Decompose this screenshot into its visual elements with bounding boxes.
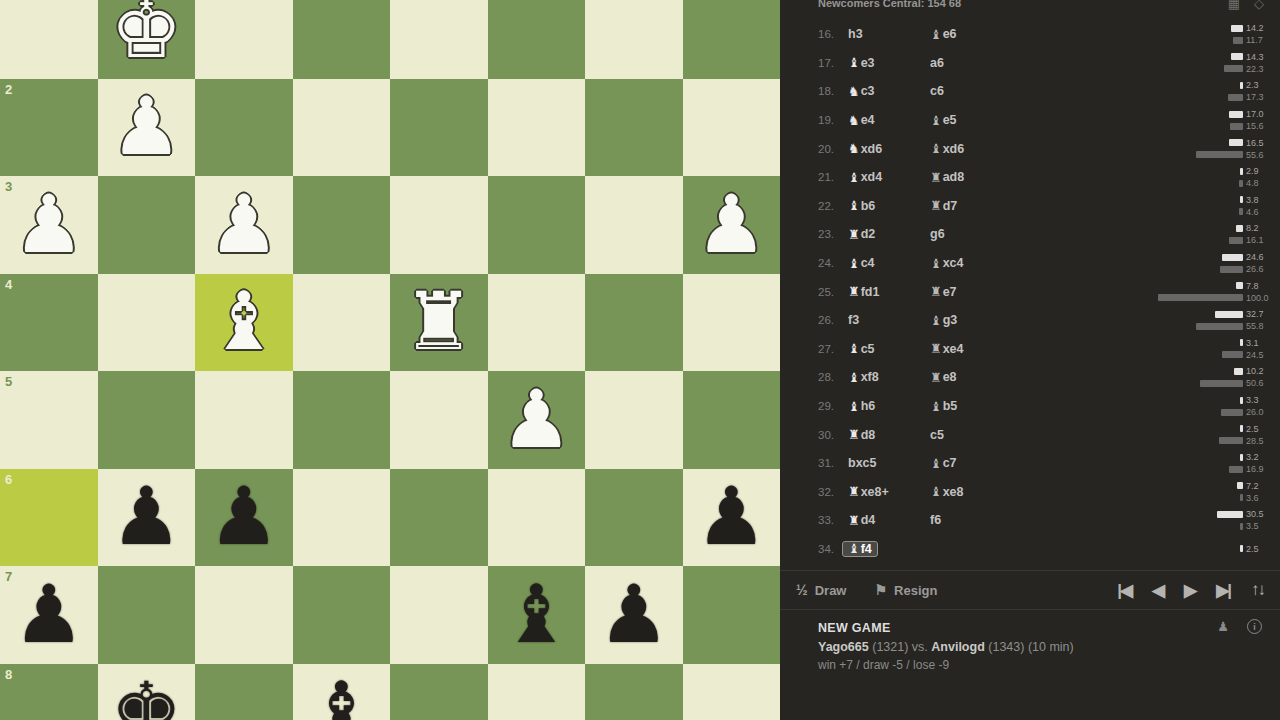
white-move[interactable]: ♝c4 <box>848 256 930 270</box>
move-times: 3.216.9 <box>1229 452 1270 475</box>
san-text: xd4 <box>861 170 883 184</box>
time-bar <box>1217 511 1243 518</box>
white-move-time: 2.3 <box>1240 80 1270 91</box>
resign-button[interactable]: ⚑ Resign <box>874 582 937 598</box>
flag-icon: ⚑ <box>874 582 887 598</box>
move-list: 16.h3♝e614.211.717.♝e3a614.322.318.♞c3c6… <box>780 20 1280 563</box>
black-move-time: 28.5 <box>1219 435 1270 446</box>
move-number: 20. <box>818 143 848 155</box>
square-h3[interactable]: ♟3 <box>0 176 98 274</box>
square-h8[interactable]: 8 <box>0 664 98 720</box>
white-king-g1[interactable]: ♚ <box>98 0 196 79</box>
time-bar <box>1229 466 1243 473</box>
black-move[interactable]: c6 <box>930 84 944 98</box>
black-piece-icon: ♝ <box>930 28 942 41</box>
black-move[interactable]: g6 <box>930 227 945 241</box>
move-times: 24.626.6 <box>1220 252 1270 275</box>
theme-icon[interactable]: ◇ <box>1254 0 1264 11</box>
black-move-time: 100.0 <box>1158 292 1270 303</box>
square-a8[interactable] <box>683 664 781 720</box>
square-a7[interactable] <box>683 566 781 664</box>
white-pawn-f3[interactable]: ♟ <box>195 176 293 274</box>
white-pawn-g2[interactable]: ♟ <box>98 79 196 177</box>
square-b7[interactable]: ♟ <box>585 566 683 664</box>
move-times: 32.755.8 <box>1196 309 1270 332</box>
move-times: 2.317.3 <box>1228 80 1270 103</box>
move-row-24: 24.♝c4♝xc424.626.6 <box>780 249 1280 278</box>
san-text: fd1 <box>861 285 880 299</box>
square-h1[interactable]: 1 <box>0 0 98 79</box>
square-b4[interactable] <box>585 274 683 372</box>
black-king-g8[interactable]: ♚ <box>98 664 196 720</box>
san-text: ad8 <box>943 170 965 184</box>
white-piece-icon: ♝ <box>848 171 860 184</box>
white-move[interactable]: ♞xd6 <box>848 142 930 156</box>
square-e5[interactable] <box>293 371 391 469</box>
black-piece-icon: ♝ <box>930 400 942 413</box>
square-e2[interactable] <box>293 79 391 177</box>
time-bar <box>1237 482 1243 489</box>
square-a4[interactable] <box>683 274 781 372</box>
move-row-34: 34.♝f42.5 <box>780 535 1280 564</box>
time-bar <box>1228 94 1243 101</box>
white-move-time: 10.2 <box>1234 366 1270 377</box>
white-move[interactable]: ♝b6 <box>848 199 930 213</box>
white-pawn-c5[interactable]: ♟ <box>488 371 586 469</box>
square-b5[interactable] <box>585 371 683 469</box>
square-c4[interactable] <box>488 274 586 372</box>
square-g7[interactable] <box>98 566 196 664</box>
chess-board[interactable]: 1♚2♟♟3♟♟4♝♜5♟6♟♟♟♟7♝♟8♚♝ <box>0 0 780 720</box>
black-move[interactable]: ♝xc4 <box>930 256 964 270</box>
square-e8[interactable]: ♝ <box>293 664 391 720</box>
move-number: 33. <box>818 514 848 526</box>
move-row-29: 29.♝h6♝b53.326.0 <box>780 392 1280 421</box>
white-move-time: 32.7 <box>1215 309 1270 320</box>
black-move[interactable]: ♝c7 <box>930 456 957 470</box>
layout-icon[interactable]: ▦ <box>1228 0 1240 11</box>
new-game-title: NEW GAME <box>818 621 1264 635</box>
square-e1[interactable] <box>293 0 391 79</box>
white-move[interactable]: ♝c5 <box>848 342 930 356</box>
white-move[interactable]: ♜fd1 <box>848 285 930 299</box>
move-number: 28. <box>818 371 848 383</box>
white-move[interactable]: bxc5 <box>848 456 930 470</box>
white-move[interactable]: ♝e3 <box>848 56 930 70</box>
black-move[interactable]: ♝xd6 <box>930 142 964 156</box>
black-bishop-c7[interactable]: ♝ <box>488 566 586 664</box>
panel-header: Newcomers Central: 154 68 ▦ ◇ <box>780 0 1280 20</box>
white-piece-icon: ♜ <box>848 285 860 298</box>
move-number: 22. <box>818 200 848 212</box>
time-value: 28.5 <box>1246 436 1270 446</box>
square-b8[interactable] <box>585 664 683 720</box>
black-move-time: 24.5 <box>1222 349 1270 360</box>
white-move[interactable]: f3 <box>848 313 930 327</box>
white-piece-icon: ♜ <box>848 428 860 441</box>
san-text: xe8 <box>943 485 964 499</box>
move-times: 7.23.6 <box>1237 480 1270 503</box>
san-text: e5 <box>943 113 957 127</box>
square-g5[interactable] <box>98 371 196 469</box>
square-g4[interactable] <box>98 274 196 372</box>
san-text: f3 <box>848 313 859 327</box>
square-f5[interactable] <box>195 371 293 469</box>
black-piece-icon: ♜ <box>930 199 942 212</box>
flip-board-icon[interactable]: ↑↓ <box>1251 580 1264 601</box>
time-bar <box>1240 82 1243 89</box>
black-piece-icon: ♜ <box>930 171 942 184</box>
square-g8[interactable]: ♚ <box>98 664 196 720</box>
move-times: 7.8100.0 <box>1158 280 1270 303</box>
black-player-rating: (1343) <box>988 640 1024 654</box>
white-bishop-f4[interactable]: ♝ <box>195 274 293 372</box>
square-d3[interactable] <box>390 176 488 274</box>
square-d1[interactable] <box>390 0 488 79</box>
game-controls: ½ Draw ⚑ Resign |◀ ◀ ▶ ▶| ↑↓ <box>780 570 1280 610</box>
black-move-time: 11.7 <box>1233 35 1270 46</box>
square-f2[interactable] <box>195 79 293 177</box>
rank-label-6: 6 <box>5 472 12 487</box>
white-rook-d4[interactable]: ♜ <box>390 274 488 372</box>
time-bar <box>1220 266 1243 273</box>
black-move[interactable]: ♜xe4 <box>930 342 964 356</box>
square-b6[interactable] <box>585 469 683 567</box>
move-number: 19. <box>818 114 848 126</box>
square-c5[interactable]: ♟ <box>488 371 586 469</box>
time-bar <box>1231 53 1243 60</box>
black-move[interactable]: f6 <box>930 513 941 527</box>
square-b2[interactable] <box>585 79 683 177</box>
white-move[interactable]: ♝f4 <box>848 541 930 557</box>
time-bar <box>1233 37 1243 44</box>
time-bar <box>1229 237 1243 244</box>
move-times: 3.326.0 <box>1221 395 1270 418</box>
black-piece-icon: ♝ <box>930 142 942 155</box>
san-text: xd6 <box>943 142 965 156</box>
black-move[interactable]: ♝e6 <box>930 27 957 41</box>
san-text: f6 <box>930 513 941 527</box>
time-bar <box>1240 196 1243 203</box>
move-times: 2.5 <box>1240 543 1270 554</box>
black-move-time: 16.9 <box>1229 464 1270 475</box>
time-bar <box>1196 151 1243 158</box>
chess-app: { "game": "chess", "position": { "fen": … <box>0 0 1280 720</box>
resign-label: Resign <box>894 583 937 598</box>
san-text: a6 <box>930 56 944 70</box>
square-e4[interactable] <box>293 274 391 372</box>
white-move-time: 17.0 <box>1229 109 1270 120</box>
time-bar <box>1240 454 1243 461</box>
square-b3[interactable] <box>585 176 683 274</box>
square-c1[interactable] <box>488 0 586 79</box>
square-c7[interactable]: ♝ <box>488 566 586 664</box>
san-text: e4 <box>861 113 875 127</box>
white-move-time: 24.6 <box>1222 252 1270 263</box>
move-row-21: 21.♝xd4♜ad82.94.8 <box>780 163 1280 192</box>
white-move-time: 7.8 <box>1236 280 1270 291</box>
white-move-time: 14.3 <box>1231 51 1270 62</box>
black-piece-icon: ♝ <box>930 314 942 327</box>
white-piece-icon: ♝ <box>848 199 860 212</box>
square-g1[interactable]: ♚ <box>98 0 196 79</box>
time-bar <box>1239 180 1243 187</box>
time-bar <box>1229 139 1243 146</box>
white-move-time: 2.9 <box>1240 166 1270 177</box>
time-value: 3.6 <box>1246 493 1270 503</box>
white-move[interactable]: h3 <box>848 27 930 41</box>
square-f8[interactable] <box>195 664 293 720</box>
black-move[interactable]: ♝g3 <box>930 313 957 327</box>
square-c2[interactable] <box>488 79 586 177</box>
square-b1[interactable] <box>585 0 683 79</box>
time-bar <box>1240 425 1243 432</box>
black-pawn-a6[interactable]: ♟ <box>683 469 781 567</box>
time-value: 16.9 <box>1246 464 1270 474</box>
time-value: 16.5 <box>1246 138 1270 148</box>
square-d2[interactable] <box>390 79 488 177</box>
time-bar <box>1240 168 1243 175</box>
black-bishop-e8[interactable]: ♝ <box>293 664 391 720</box>
time-bar <box>1234 368 1243 375</box>
time-value: 24.6 <box>1246 252 1270 262</box>
info-icon[interactable]: i <box>1247 619 1262 634</box>
black-move[interactable]: ♝xe8 <box>930 485 964 499</box>
square-a3[interactable]: ♟ <box>683 176 781 274</box>
square-g3[interactable] <box>98 176 196 274</box>
black-pawn-b7[interactable]: ♟ <box>585 566 683 664</box>
move-times: 3.124.5 <box>1222 337 1270 360</box>
white-piece-icon: ♞ <box>848 114 860 127</box>
black-move-time: 50.6 <box>1200 378 1270 389</box>
san-text: h3 <box>848 27 863 41</box>
white-piece-icon: ♝ <box>848 400 860 413</box>
time-bar <box>1240 339 1243 346</box>
time-bar <box>1219 437 1243 444</box>
nav-prev-button[interactable]: ◀ <box>1152 580 1163 601</box>
black-move[interactable]: ♝e5 <box>930 113 957 127</box>
san-text: xf8 <box>861 370 879 384</box>
white-move[interactable]: ♝xd4 <box>848 170 930 184</box>
square-e3[interactable] <box>293 176 391 274</box>
square-a1[interactable] <box>683 0 781 79</box>
half-point-icon: ½ <box>796 582 808 598</box>
white-move[interactable]: ♝h6 <box>848 399 930 413</box>
nav-next-button[interactable]: ▶ <box>1184 580 1195 601</box>
move-row-16: 16.h3♝e614.211.7 <box>780 20 1280 49</box>
time-bar <box>1222 351 1243 358</box>
move-times: 14.211.7 <box>1231 23 1270 46</box>
san-text: b6 <box>861 199 876 213</box>
move-row-28: 28.♝xf8♜e810.250.6 <box>780 363 1280 392</box>
square-d6[interactable] <box>390 469 488 567</box>
black-move[interactable]: ♜e8 <box>930 370 957 384</box>
move-row-19: 19.♞e4♝e517.015.6 <box>780 106 1280 135</box>
move-number: 26. <box>818 314 848 326</box>
black-player-name: Anvilogd <box>931 640 984 654</box>
time-value: 3.8 <box>1246 195 1270 205</box>
black-move[interactable]: ♜d7 <box>930 199 957 213</box>
square-d4[interactable]: ♜ <box>390 274 488 372</box>
time-value: 16.1 <box>1246 235 1270 245</box>
time-value: 2.5 <box>1246 424 1270 434</box>
time-value: 2.3 <box>1246 80 1270 90</box>
san-text: d4 <box>861 513 876 527</box>
white-move[interactable]: ♜d8 <box>848 428 930 442</box>
move-row-33: 33.♜d4f630.53.5 <box>780 506 1280 535</box>
black-pawn-h7[interactable]: ♟ <box>0 566 98 664</box>
black-move[interactable]: a6 <box>930 56 944 70</box>
square-a5[interactable] <box>683 371 781 469</box>
square-d5[interactable] <box>390 371 488 469</box>
white-pawn-h3[interactable]: ♟ <box>0 176 98 274</box>
move-row-32: 32.♜xe8+♝xe87.23.6 <box>780 478 1280 507</box>
white-move-time: 2.5 <box>1240 423 1270 434</box>
square-a2[interactable] <box>683 79 781 177</box>
move-number: 24. <box>818 257 848 269</box>
black-piece-icon: ♜ <box>930 285 942 298</box>
new-game-panel: NEW GAME Yago665 (1321) vs. Anvilogd (13… <box>780 609 1280 720</box>
draw-label: Draw <box>815 583 847 598</box>
black-move-time: 17.3 <box>1228 92 1270 103</box>
move-number: 17. <box>818 57 848 69</box>
square-h4[interactable]: 4 <box>0 274 98 372</box>
move-row-30: 30.♜d8c52.528.5 <box>780 420 1280 449</box>
time-bar <box>1158 294 1243 301</box>
square-c8[interactable] <box>488 664 586 720</box>
challenge-pawn-icon[interactable]: ♟ <box>1217 619 1229 634</box>
square-a6[interactable]: ♟ <box>683 469 781 567</box>
san-text: e7 <box>943 285 957 299</box>
white-move[interactable]: ♜xe8+ <box>848 485 930 499</box>
black-piece-icon: ♜ <box>930 342 942 355</box>
square-d8[interactable] <box>390 664 488 720</box>
san-text: c7 <box>943 456 957 470</box>
nav-first-button[interactable]: |◀ <box>1117 580 1131 601</box>
square-f6[interactable]: ♟ <box>195 469 293 567</box>
rank-label-7: 7 <box>5 569 12 584</box>
time-value: 7.8 <box>1246 281 1270 291</box>
nav-last-button[interactable]: ▶| <box>1216 580 1230 601</box>
draw-button[interactable]: ½ Draw <box>796 582 846 598</box>
time-bar <box>1221 409 1243 416</box>
black-move-time: 16.1 <box>1229 235 1270 246</box>
square-c3[interactable] <box>488 176 586 274</box>
square-d7[interactable] <box>390 566 488 664</box>
square-h7[interactable]: ♟7 <box>0 566 98 664</box>
white-move-time: 3.3 <box>1240 395 1270 406</box>
black-pawn-f6[interactable]: ♟ <box>195 469 293 567</box>
white-move-time: 8.2 <box>1236 223 1270 234</box>
black-move[interactable]: ♜e7 <box>930 285 957 299</box>
time-value: 30.5 <box>1246 509 1270 519</box>
san-text: e8 <box>943 370 957 384</box>
black-move-time: 4.6 <box>1239 206 1270 217</box>
move-row-17: 17.♝e3a614.322.3 <box>780 49 1280 78</box>
san-text: g6 <box>930 227 945 241</box>
black-move-time: 3.5 <box>1240 521 1270 532</box>
black-move[interactable]: ♝b5 <box>930 399 957 413</box>
white-piece-icon: ♜ <box>848 514 860 527</box>
square-f1[interactable] <box>195 0 293 79</box>
move-times: 30.53.5 <box>1217 509 1270 532</box>
move-number: 23. <box>818 228 848 240</box>
black-move-time: 26.6 <box>1220 264 1270 275</box>
move-times: 2.528.5 <box>1219 423 1270 446</box>
black-move[interactable]: c5 <box>930 428 944 442</box>
san-text: c5 <box>861 342 875 356</box>
white-move-time: 30.5 <box>1217 509 1270 520</box>
white-move[interactable]: ♞c3 <box>848 84 930 98</box>
san-text: xc4 <box>943 256 964 270</box>
square-g2[interactable]: ♟ <box>98 79 196 177</box>
black-move-time: 22.3 <box>1224 63 1270 74</box>
time-value: 26.6 <box>1246 264 1270 274</box>
black-piece-icon: ♝ <box>930 257 942 270</box>
square-f3[interactable]: ♟ <box>195 176 293 274</box>
move-row-31: 31.bxc5♝c73.216.9 <box>780 449 1280 478</box>
square-h6[interactable]: 6 <box>0 469 98 567</box>
white-move[interactable]: ♝xf8 <box>848 370 930 384</box>
square-e6[interactable] <box>293 469 391 567</box>
rank-label-5: 5 <box>5 374 12 389</box>
black-piece-icon: ♜ <box>930 371 942 384</box>
time-value: 4.6 <box>1246 207 1270 217</box>
move-times: 2.94.8 <box>1239 166 1270 189</box>
square-f4[interactable]: ♝ <box>195 274 293 372</box>
time-bar <box>1236 282 1243 289</box>
square-c6[interactable] <box>488 469 586 567</box>
black-move-time: 55.8 <box>1196 321 1270 332</box>
square-e7[interactable] <box>293 566 391 664</box>
move-number: 21. <box>818 171 848 183</box>
move-number: 25. <box>818 286 848 298</box>
square-g6[interactable]: ♟ <box>98 469 196 567</box>
time-value: 7.2 <box>1246 481 1270 491</box>
move-number: 18. <box>818 85 848 97</box>
white-move-time: 3.1 <box>1240 337 1270 348</box>
time-bar <box>1236 225 1243 232</box>
time-bar <box>1231 25 1243 32</box>
move-number: 30. <box>818 429 848 441</box>
time-bar <box>1240 397 1243 404</box>
white-move[interactable]: ♞e4 <box>848 113 930 127</box>
white-move-time: 7.2 <box>1237 480 1270 491</box>
time-value: 100.0 <box>1246 293 1270 303</box>
white-pawn-a3[interactable]: ♟ <box>683 176 781 274</box>
white-move[interactable]: ♜d4 <box>848 513 930 527</box>
white-move[interactable]: ♜d2 <box>848 227 930 241</box>
move-number: 16. <box>818 28 848 40</box>
move-times: 17.015.6 <box>1229 109 1270 132</box>
square-h5[interactable]: 5 <box>0 371 98 469</box>
white-move-time: 3.8 <box>1240 194 1270 205</box>
rank-label-4: 4 <box>5 277 12 292</box>
black-pawn-g6[interactable]: ♟ <box>98 469 196 567</box>
white-player-name: Yago665 <box>818 640 869 654</box>
square-f7[interactable] <box>195 566 293 664</box>
square-h2[interactable]: 2 <box>0 79 98 177</box>
time-bar <box>1222 254 1243 261</box>
time-value: 26.0 <box>1246 407 1270 417</box>
move-number: 29. <box>818 400 848 412</box>
black-move[interactable]: ♜ad8 <box>930 170 964 184</box>
white-player-rating: (1321) <box>872 640 908 654</box>
san-text: f4 <box>861 542 872 556</box>
rank-label-8: 8 <box>5 667 12 682</box>
san-text: bxc5 <box>848 456 877 470</box>
move-row-18: 18.♞c3c62.317.3 <box>780 77 1280 106</box>
